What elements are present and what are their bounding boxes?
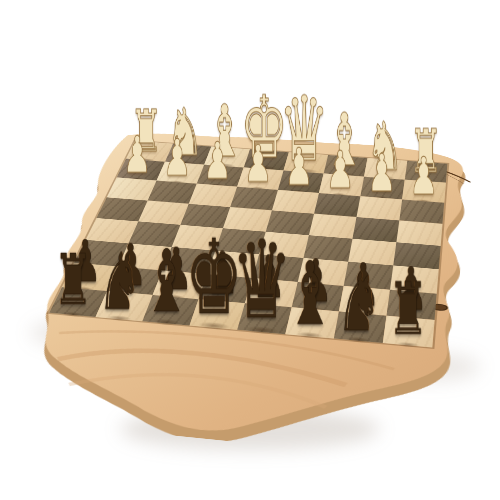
- piece-black-queen[interactable]: ♛: [231, 229, 291, 332]
- product-photo-scene: ♜♞♝♚♛♝♞♜♟♟♟♟♟♟♟♟♟♟♟♟♟♟♟♟♜♞♝♚♛♝♞♜: [0, 0, 500, 500]
- square-c4[interactable]: [309, 214, 357, 239]
- chess-board-3d: ♜♞♝♚♛♝♞♜♟♟♟♟♟♟♟♟♟♟♟♟♟♟♟♟♜♞♝♚♛♝♞♜: [0, 124, 473, 465]
- piece-black-bishop[interactable]: ♝: [286, 253, 334, 335]
- piece-white-pawn[interactable]: ♟: [243, 139, 272, 188]
- square-a2[interactable]: ♟: [402, 180, 446, 203]
- square-a4[interactable]: [396, 220, 442, 246]
- square-b2[interactable]: ♟: [360, 177, 404, 200]
- piece-white-pawn[interactable]: ♟: [409, 151, 438, 200]
- piece-white-pawn[interactable]: ♟: [203, 136, 231, 185]
- piece-white-pawn[interactable]: ♟: [123, 131, 151, 179]
- square-f2[interactable]: ♟: [197, 165, 244, 187]
- square-d8[interactable]: ♛: [237, 303, 292, 334]
- square-d2[interactable]: ♟: [278, 171, 324, 194]
- piece-white-pawn[interactable]: ♟: [325, 145, 354, 194]
- piece-white-pawn[interactable]: ♟: [284, 142, 313, 191]
- piece-white-pawn[interactable]: ♟: [163, 133, 191, 181]
- piece-black-bishop[interactable]: ♝: [142, 241, 190, 322]
- piece-black-knight[interactable]: ♞: [97, 244, 141, 319]
- square-a8[interactable]: ♜: [383, 316, 435, 348]
- square-c8[interactable]: ♝: [285, 307, 339, 338]
- square-e2[interactable]: ♟: [237, 168, 283, 190]
- square-c2[interactable]: ♟: [319, 174, 364, 197]
- piece-black-rook[interactable]: ♜: [387, 276, 427, 345]
- piece-black-knight[interactable]: ♞: [336, 264, 381, 341]
- piece-white-pawn[interactable]: ♟: [367, 148, 396, 197]
- piece-black-rook[interactable]: ♜: [53, 248, 92, 314]
- square-b8[interactable]: ♞: [334, 311, 387, 343]
